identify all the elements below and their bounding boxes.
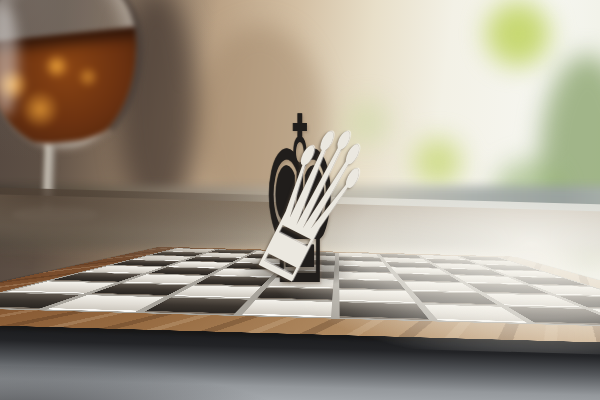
photo-chess-scene: ♚ ♛ bbox=[0, 0, 600, 400]
table-front-shade bbox=[0, 364, 279, 400]
